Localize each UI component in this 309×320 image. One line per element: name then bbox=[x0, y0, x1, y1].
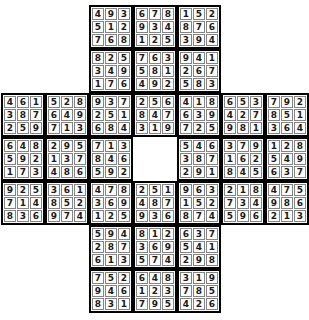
cell-r9-c19[interactable]: 3 bbox=[268, 122, 280, 134]
cell-r18-c9[interactable]: 3 bbox=[118, 254, 130, 266]
cell-r10-c6[interactable]: 5 bbox=[74, 140, 86, 152]
cell-r1-c10[interactable]: 6 bbox=[136, 8, 148, 20]
cell-r15-c13[interactable]: 8 bbox=[180, 210, 192, 222]
cell-r6-c11[interactable]: 9 bbox=[149, 78, 161, 90]
cell-r21-c9[interactable]: 1 bbox=[118, 298, 130, 310]
cell-r8-c17[interactable]: 2 bbox=[237, 109, 249, 121]
cell-r17-c8[interactable]: 8 bbox=[105, 241, 117, 253]
cell-r15-c3[interactable]: 6 bbox=[30, 210, 42, 222]
cell-r12-c17[interactable]: 4 bbox=[237, 166, 249, 178]
cell-r5-c15[interactable]: 7 bbox=[206, 65, 218, 77]
cell-r11-c5[interactable]: 3 bbox=[61, 153, 73, 165]
cell-r9-c4[interactable]: 7 bbox=[48, 122, 60, 134]
cell-r14-c9[interactable]: 9 bbox=[118, 197, 130, 209]
cell-r3-c8[interactable]: 6 bbox=[105, 34, 117, 46]
cell-r5-c10[interactable]: 5 bbox=[136, 65, 148, 77]
cell-r18-c10[interactable]: 5 bbox=[136, 254, 148, 266]
cell-r9-c8[interactable]: 8 bbox=[105, 122, 117, 134]
cell-r7-c19[interactable]: 7 bbox=[268, 96, 280, 108]
cell-r10-c9[interactable]: 3 bbox=[118, 140, 130, 152]
cell-r20-c14[interactable]: 8 bbox=[193, 285, 205, 297]
cell-r14-c18[interactable]: 4 bbox=[250, 197, 262, 209]
cell-r8-c8[interactable]: 5 bbox=[105, 109, 117, 121]
cell-r13-c17[interactable]: 1 bbox=[237, 184, 249, 196]
cell-r15-c18[interactable]: 6 bbox=[250, 210, 262, 222]
box-r3-c5: 418639725 bbox=[177, 93, 221, 137]
cell-r17-c13[interactable]: 5 bbox=[180, 241, 192, 253]
cell-r17-c10[interactable]: 3 bbox=[136, 241, 148, 253]
cell-r8-c18[interactable]: 7 bbox=[250, 109, 262, 121]
cell-r15-c21[interactable]: 3 bbox=[294, 210, 306, 222]
cell-r12-c9[interactable]: 2 bbox=[118, 166, 130, 178]
cell-r20-c9[interactable]: 6 bbox=[118, 285, 130, 297]
cell-r2-c9[interactable]: 2 bbox=[118, 21, 130, 33]
cell-r3-c7[interactable]: 7 bbox=[92, 34, 104, 46]
cell-r11-c16[interactable]: 1 bbox=[224, 153, 236, 165]
cell-r14-c11[interactable]: 8 bbox=[149, 197, 161, 209]
cell-r10-c4[interactable]: 2 bbox=[48, 140, 60, 152]
cell-r15-c10[interactable]: 9 bbox=[136, 210, 148, 222]
cell-r15-c7[interactable]: 1 bbox=[92, 210, 104, 222]
cell-r7-c4[interactable]: 5 bbox=[48, 96, 60, 108]
empty-region bbox=[221, 49, 265, 93]
cell-r7-c21[interactable]: 2 bbox=[294, 96, 306, 108]
cell-r8-c20[interactable]: 5 bbox=[281, 109, 293, 121]
cell-r8-c7[interactable]: 2 bbox=[92, 109, 104, 121]
cell-r11-c4[interactable]: 1 bbox=[48, 153, 60, 165]
cell-r10-c18[interactable]: 9 bbox=[250, 140, 262, 152]
cell-r15-c11[interactable]: 3 bbox=[149, 210, 161, 222]
cell-r5-c14[interactable]: 6 bbox=[193, 65, 205, 77]
cell-r7-c14[interactable]: 1 bbox=[193, 96, 205, 108]
cell-r13-c14[interactable]: 6 bbox=[193, 184, 205, 196]
cell-r8-c9[interactable]: 1 bbox=[118, 109, 130, 121]
box-r3-c4: 256847319 bbox=[133, 93, 177, 137]
cell-r6-c14[interactable]: 8 bbox=[193, 78, 205, 90]
cell-r4-c11[interactable]: 6 bbox=[149, 52, 161, 64]
cell-r12-c16[interactable]: 8 bbox=[224, 166, 236, 178]
cell-r5-c7[interactable]: 3 bbox=[92, 65, 104, 77]
cell-r21-c14[interactable]: 2 bbox=[193, 298, 205, 310]
cell-r17-c7[interactable]: 2 bbox=[92, 241, 104, 253]
cell-r6-c8[interactable]: 7 bbox=[105, 78, 117, 90]
cell-r11-c7[interactable]: 8 bbox=[92, 153, 104, 165]
cell-r6-c12[interactable]: 2 bbox=[162, 78, 174, 90]
cell-r14-c17[interactable]: 3 bbox=[237, 197, 249, 209]
cell-r8-c10[interactable]: 8 bbox=[136, 109, 148, 121]
cell-r11-c3[interactable]: 2 bbox=[30, 153, 42, 165]
cell-r18-c12[interactable]: 4 bbox=[162, 254, 174, 266]
cell-r12-c18[interactable]: 5 bbox=[250, 166, 262, 178]
cell-r11-c20[interactable]: 4 bbox=[281, 153, 293, 165]
cell-r9-c18[interactable]: 1 bbox=[250, 122, 262, 134]
cell-r5-c13[interactable]: 2 bbox=[180, 65, 192, 77]
cell-r7-c7[interactable]: 9 bbox=[92, 96, 104, 108]
cell-r15-c2[interactable]: 3 bbox=[17, 210, 29, 222]
cell-r9-c11[interactable]: 1 bbox=[149, 122, 161, 134]
cell-r9-c5[interactable]: 1 bbox=[61, 122, 73, 134]
cell-r14-c15[interactable]: 2 bbox=[206, 197, 218, 209]
cell-r21-c13[interactable]: 4 bbox=[180, 298, 192, 310]
cell-r11-c15[interactable]: 7 bbox=[206, 153, 218, 165]
cell-r10-c8[interactable]: 1 bbox=[105, 140, 117, 152]
cell-r13-c13[interactable]: 9 bbox=[180, 184, 192, 196]
cell-r12-c14[interactable]: 9 bbox=[193, 166, 205, 178]
cell-r15-c9[interactable]: 5 bbox=[118, 210, 130, 222]
cell-r13-c9[interactable]: 8 bbox=[118, 184, 130, 196]
cell-r10-c17[interactable]: 7 bbox=[237, 140, 249, 152]
cell-r17-c14[interactable]: 4 bbox=[193, 241, 205, 253]
cell-r14-c10[interactable]: 4 bbox=[136, 197, 148, 209]
cell-r12-c21[interactable]: 7 bbox=[294, 166, 306, 178]
cell-r13-c8[interactable]: 7 bbox=[105, 184, 117, 196]
cell-r19-c14[interactable]: 1 bbox=[193, 272, 205, 284]
cell-r9-c6[interactable]: 3 bbox=[74, 122, 86, 134]
cell-r14-c20[interactable]: 8 bbox=[281, 197, 293, 209]
cell-r3-c10[interactable]: 1 bbox=[136, 34, 148, 46]
cell-r13-c15[interactable]: 3 bbox=[206, 184, 218, 196]
cell-r14-c2[interactable]: 1 bbox=[17, 197, 29, 209]
cell-r9-c15[interactable]: 5 bbox=[206, 122, 218, 134]
cell-r14-c19[interactable]: 9 bbox=[268, 197, 280, 209]
cell-r1-c7[interactable]: 4 bbox=[92, 8, 104, 20]
cell-r12-c13[interactable]: 2 bbox=[180, 166, 192, 178]
cell-r12-c8[interactable]: 9 bbox=[105, 166, 117, 178]
cell-r19-c11[interactable]: 4 bbox=[149, 272, 161, 284]
cell-r21-c8[interactable]: 3 bbox=[105, 298, 117, 310]
cell-r3-c11[interactable]: 2 bbox=[149, 34, 161, 46]
cell-r8-c2[interactable]: 8 bbox=[17, 109, 29, 121]
cell-r18-c15[interactable]: 8 bbox=[206, 254, 218, 266]
cell-r14-c6[interactable]: 2 bbox=[74, 197, 86, 209]
cell-r9-c17[interactable]: 8 bbox=[237, 122, 249, 134]
cell-r2-c7[interactable]: 5 bbox=[92, 21, 104, 33]
cell-r15-c6[interactable]: 4 bbox=[74, 210, 86, 222]
cell-r5-c9[interactable]: 9 bbox=[118, 65, 130, 77]
cell-r12-c6[interactable]: 6 bbox=[74, 166, 86, 178]
cell-r15-c16[interactable]: 5 bbox=[224, 210, 236, 222]
cell-r1-c9[interactable]: 3 bbox=[118, 8, 130, 20]
cell-r17-c15[interactable]: 1 bbox=[206, 241, 218, 253]
box-r5-c1: 925714836 bbox=[1, 181, 45, 225]
cell-r13-c20[interactable]: 7 bbox=[281, 184, 293, 196]
cell-r14-c21[interactable]: 6 bbox=[294, 197, 306, 209]
cell-r9-c10[interactable]: 3 bbox=[136, 122, 148, 134]
cell-r2-c11[interactable]: 3 bbox=[149, 21, 161, 33]
cell-r9-c14[interactable]: 2 bbox=[193, 122, 205, 134]
cell-r18-c8[interactable]: 1 bbox=[105, 254, 117, 266]
cell-r10-c14[interactable]: 4 bbox=[193, 140, 205, 152]
cell-r9-c7[interactable]: 6 bbox=[92, 122, 104, 134]
cell-r13-c6[interactable]: 1 bbox=[74, 184, 86, 196]
cell-r13-c18[interactable]: 8 bbox=[250, 184, 262, 196]
empty-region bbox=[221, 225, 265, 269]
cell-r3-c13[interactable]: 3 bbox=[180, 34, 192, 46]
cell-r8-c19[interactable]: 8 bbox=[268, 109, 280, 121]
cell-r11-c18[interactable]: 2 bbox=[250, 153, 262, 165]
cell-r7-c2[interactable]: 6 bbox=[17, 96, 29, 108]
cell-r21-c11[interactable]: 9 bbox=[149, 298, 161, 310]
cell-r19-c9[interactable]: 2 bbox=[118, 272, 130, 284]
cell-r12-c20[interactable]: 3 bbox=[281, 166, 293, 178]
cell-r10-c3[interactable]: 8 bbox=[30, 140, 42, 152]
cell-r8-c13[interactable]: 6 bbox=[180, 109, 192, 121]
cell-r1-c15[interactable]: 2 bbox=[206, 8, 218, 20]
cell-r1-c13[interactable]: 1 bbox=[180, 8, 192, 20]
cell-r4-c8[interactable]: 2 bbox=[105, 52, 117, 64]
cell-r3-c14[interactable]: 9 bbox=[193, 34, 205, 46]
cell-r21-c15[interactable]: 6 bbox=[206, 298, 218, 310]
cell-r8-c11[interactable]: 4 bbox=[149, 109, 161, 121]
cell-r20-c10[interactable]: 1 bbox=[136, 285, 148, 297]
cell-r17-c11[interactable]: 6 bbox=[149, 241, 161, 253]
cell-r14-c5[interactable]: 5 bbox=[61, 197, 73, 209]
cell-r7-c10[interactable]: 2 bbox=[136, 96, 148, 108]
cell-r13-c3[interactable]: 5 bbox=[30, 184, 42, 196]
cell-r11-c17[interactable]: 6 bbox=[237, 153, 249, 165]
cell-r2-c10[interactable]: 9 bbox=[136, 21, 148, 33]
cell-r20-c15[interactable]: 5 bbox=[206, 285, 218, 297]
cell-r9-c9[interactable]: 4 bbox=[118, 122, 130, 134]
cell-r14-c7[interactable]: 3 bbox=[92, 197, 104, 209]
cell-r10-c2[interactable]: 4 bbox=[17, 140, 29, 152]
cell-r5-c12[interactable]: 1 bbox=[162, 65, 174, 77]
cell-r9-c21[interactable]: 4 bbox=[294, 122, 306, 134]
cell-r9-c2[interactable]: 5 bbox=[17, 122, 29, 134]
cell-r9-c13[interactable]: 7 bbox=[180, 122, 192, 134]
box-r6-c3: 594287613 bbox=[89, 225, 133, 269]
cell-r16-c13[interactable]: 6 bbox=[180, 228, 192, 240]
cell-r7-c20[interactable]: 9 bbox=[281, 96, 293, 108]
cell-r9-c20[interactable]: 6 bbox=[281, 122, 293, 134]
cell-r11-c8[interactable]: 4 bbox=[105, 153, 117, 165]
cell-r16-c15[interactable]: 7 bbox=[206, 228, 218, 240]
cell-r4-c14[interactable]: 4 bbox=[193, 52, 205, 64]
cell-r11-c1[interactable]: 5 bbox=[4, 153, 16, 165]
cell-r20-c12[interactable]: 3 bbox=[162, 285, 174, 297]
cell-r15-c17[interactable]: 9 bbox=[237, 210, 249, 222]
cell-r16-c11[interactable]: 1 bbox=[149, 228, 161, 240]
cell-r3-c12[interactable]: 5 bbox=[162, 34, 174, 46]
cell-r20-c7[interactable]: 9 bbox=[92, 285, 104, 297]
cell-r7-c16[interactable]: 6 bbox=[224, 96, 236, 108]
cell-r20-c13[interactable]: 7 bbox=[180, 285, 192, 297]
cell-r8-c21[interactable]: 1 bbox=[294, 109, 306, 121]
cell-r16-c12[interactable]: 2 bbox=[162, 228, 174, 240]
cell-r15-c19[interactable]: 2 bbox=[268, 210, 280, 222]
cell-r16-c8[interactable]: 9 bbox=[105, 228, 117, 240]
cell-r13-c10[interactable]: 2 bbox=[136, 184, 148, 196]
cell-r10-c20[interactable]: 2 bbox=[281, 140, 293, 152]
cell-r14-c3[interactable]: 4 bbox=[30, 197, 42, 209]
cell-r11-c13[interactable]: 3 bbox=[180, 153, 192, 165]
cell-r7-c18[interactable]: 3 bbox=[250, 96, 262, 108]
cell-r2-c8[interactable]: 1 bbox=[105, 21, 117, 33]
cell-r15-c14[interactable]: 7 bbox=[193, 210, 205, 222]
cell-r12-c19[interactable]: 6 bbox=[268, 166, 280, 178]
cell-r12-c5[interactable]: 8 bbox=[61, 166, 73, 178]
cell-r7-c8[interactable]: 3 bbox=[105, 96, 117, 108]
cell-r11-c9[interactable]: 6 bbox=[118, 153, 130, 165]
empty-region bbox=[45, 269, 89, 313]
cell-r14-c4[interactable]: 8 bbox=[48, 197, 60, 209]
cell-r8-c6[interactable]: 9 bbox=[74, 109, 86, 121]
cell-r17-c9[interactable]: 7 bbox=[118, 241, 130, 253]
cell-r7-c5[interactable]: 2 bbox=[61, 96, 73, 108]
cell-r9-c3[interactable]: 9 bbox=[30, 122, 42, 134]
cell-r2-c15[interactable]: 6 bbox=[206, 21, 218, 33]
cell-r21-c7[interactable]: 8 bbox=[92, 298, 104, 310]
cell-r19-c10[interactable]: 6 bbox=[136, 272, 148, 284]
cell-r16-c10[interactable]: 8 bbox=[136, 228, 148, 240]
cell-r19-c13[interactable]: 3 bbox=[180, 272, 192, 284]
cell-r10-c15[interactable]: 6 bbox=[206, 140, 218, 152]
cell-r18-c11[interactable]: 7 bbox=[149, 254, 161, 266]
cell-r8-c14[interactable]: 3 bbox=[193, 109, 205, 121]
cell-r8-c12[interactable]: 7 bbox=[162, 109, 174, 121]
cell-r6-c13[interactable]: 5 bbox=[180, 78, 192, 90]
cell-r12-c2[interactable]: 7 bbox=[17, 166, 29, 178]
cell-r1-c8[interactable]: 9 bbox=[105, 8, 117, 20]
cell-r6-c7[interactable]: 1 bbox=[92, 78, 104, 90]
cell-r8-c5[interactable]: 4 bbox=[61, 109, 73, 121]
cell-r14-c12[interactable]: 7 bbox=[162, 197, 174, 209]
cell-r13-c21[interactable]: 5 bbox=[294, 184, 306, 196]
cell-r16-c7[interactable]: 5 bbox=[92, 228, 104, 240]
cell-r12-c7[interactable]: 5 bbox=[92, 166, 104, 178]
cell-r15-c12[interactable]: 6 bbox=[162, 210, 174, 222]
cell-r10-c16[interactable]: 3 bbox=[224, 140, 236, 152]
cell-r1-c14[interactable]: 5 bbox=[193, 8, 205, 20]
empty-region bbox=[265, 5, 309, 49]
cell-r19-c7[interactable]: 7 bbox=[92, 272, 104, 284]
cell-r9-c16[interactable]: 9 bbox=[224, 122, 236, 134]
cell-r4-c7[interactable]: 8 bbox=[92, 52, 104, 64]
cell-r13-c7[interactable]: 4 bbox=[92, 184, 104, 196]
cell-r14-c1[interactable]: 7 bbox=[4, 197, 16, 209]
cell-r7-c1[interactable]: 4 bbox=[4, 96, 16, 108]
empty-region bbox=[45, 5, 89, 49]
cell-r2-c13[interactable]: 8 bbox=[180, 21, 192, 33]
cell-r13-c5[interactable]: 6 bbox=[61, 184, 73, 196]
cell-r13-c4[interactable]: 3 bbox=[48, 184, 60, 196]
cell-r4-c9[interactable]: 5 bbox=[118, 52, 130, 64]
cell-r1-c11[interactable]: 7 bbox=[149, 8, 161, 20]
cell-r12-c15[interactable]: 1 bbox=[206, 166, 218, 178]
cell-r10-c1[interactable]: 6 bbox=[4, 140, 16, 152]
cell-r14-c8[interactable]: 6 bbox=[105, 197, 117, 209]
cell-r21-c10[interactable]: 7 bbox=[136, 298, 148, 310]
cell-r19-c8[interactable]: 5 bbox=[105, 272, 117, 284]
cell-r4-c12[interactable]: 3 bbox=[162, 52, 174, 64]
cell-r21-c12[interactable]: 5 bbox=[162, 298, 174, 310]
cell-r6-c9[interactable]: 6 bbox=[118, 78, 130, 90]
cell-r10-c7[interactable]: 7 bbox=[92, 140, 104, 152]
box-r4-c2: 295137486 bbox=[45, 137, 89, 181]
cell-r12-c1[interactable]: 1 bbox=[4, 166, 16, 178]
cell-r11-c14[interactable]: 8 bbox=[193, 153, 205, 165]
cell-r8-c15[interactable]: 9 bbox=[206, 109, 218, 121]
cell-r8-c3[interactable]: 7 bbox=[30, 109, 42, 121]
cell-r16-c14[interactable]: 3 bbox=[193, 228, 205, 240]
cell-r15-c8[interactable]: 2 bbox=[105, 210, 117, 222]
cell-r2-c14[interactable]: 7 bbox=[193, 21, 205, 33]
cell-r19-c12[interactable]: 8 bbox=[162, 272, 174, 284]
cell-r7-c13[interactable]: 4 bbox=[180, 96, 192, 108]
cell-r6-c15[interactable]: 3 bbox=[206, 78, 218, 90]
cell-r10-c5[interactable]: 9 bbox=[61, 140, 73, 152]
cell-r4-c10[interactable]: 7 bbox=[136, 52, 148, 64]
cell-r8-c4[interactable]: 6 bbox=[48, 109, 60, 121]
cell-r7-c11[interactable]: 5 bbox=[149, 96, 161, 108]
cell-r6-c10[interactable]: 4 bbox=[136, 78, 148, 90]
cell-r7-c3[interactable]: 1 bbox=[30, 96, 42, 108]
cell-r3-c9[interactable]: 8 bbox=[118, 34, 130, 46]
cell-r11-c21[interactable]: 9 bbox=[294, 153, 306, 165]
cell-r4-c13[interactable]: 9 bbox=[180, 52, 192, 64]
cell-r20-c11[interactable]: 2 bbox=[149, 285, 161, 297]
cell-r10-c13[interactable]: 5 bbox=[180, 140, 192, 152]
cell-r10-c21[interactable]: 8 bbox=[294, 140, 306, 152]
cell-r11-c19[interactable]: 5 bbox=[268, 153, 280, 165]
cell-r13-c16[interactable]: 2 bbox=[224, 184, 236, 196]
cell-r18-c7[interactable]: 6 bbox=[92, 254, 104, 266]
cell-r7-c17[interactable]: 5 bbox=[237, 96, 249, 108]
cell-r10-c19[interactable]: 1 bbox=[268, 140, 280, 152]
cell-r12-c3[interactable]: 3 bbox=[30, 166, 42, 178]
cell-r13-c11[interactable]: 5 bbox=[149, 184, 161, 196]
cell-r15-c1[interactable]: 8 bbox=[4, 210, 16, 222]
box-r1-c5: 152876394 bbox=[177, 5, 221, 49]
cell-r7-c9[interactable]: 7 bbox=[118, 96, 130, 108]
cell-r15-c15[interactable]: 4 bbox=[206, 210, 218, 222]
cell-r5-c8[interactable]: 4 bbox=[105, 65, 117, 77]
cell-r4-c15[interactable]: 1 bbox=[206, 52, 218, 64]
cell-r8-c1[interactable]: 3 bbox=[4, 109, 16, 121]
cell-r7-c6[interactable]: 8 bbox=[74, 96, 86, 108]
cell-r3-c15[interactable]: 4 bbox=[206, 34, 218, 46]
cell-r20-c8[interactable]: 4 bbox=[105, 285, 117, 297]
cell-r11-c6[interactable]: 7 bbox=[74, 153, 86, 165]
cell-r8-c16[interactable]: 4 bbox=[224, 109, 236, 121]
box-r3-c1: 461387259 bbox=[1, 93, 45, 137]
cell-r16-c9[interactable]: 4 bbox=[118, 228, 130, 240]
cell-r14-c14[interactable]: 5 bbox=[193, 197, 205, 209]
cell-r15-c4[interactable]: 9 bbox=[48, 210, 60, 222]
cell-r19-c15[interactable]: 9 bbox=[206, 272, 218, 284]
cell-r5-c11[interactable]: 8 bbox=[149, 65, 161, 77]
cell-r9-c1[interactable]: 2 bbox=[4, 122, 16, 134]
cell-r7-c12[interactable]: 6 bbox=[162, 96, 174, 108]
cell-r18-c14[interactable]: 9 bbox=[193, 254, 205, 266]
cell-r14-c16[interactable]: 7 bbox=[224, 197, 236, 209]
cell-r1-c12[interactable]: 8 bbox=[162, 8, 174, 20]
cell-r7-c15[interactable]: 8 bbox=[206, 96, 218, 108]
cell-r17-c12[interactable]: 9 bbox=[162, 241, 174, 253]
cell-r13-c19[interactable]: 4 bbox=[268, 184, 280, 196]
cell-r11-c2[interactable]: 9 bbox=[17, 153, 29, 165]
cell-r18-c13[interactable]: 2 bbox=[180, 254, 192, 266]
cell-r13-c12[interactable]: 1 bbox=[162, 184, 174, 196]
cell-r13-c1[interactable]: 9 bbox=[4, 184, 16, 196]
cell-r13-c2[interactable]: 2 bbox=[17, 184, 29, 196]
cell-r15-c5[interactable]: 7 bbox=[61, 210, 73, 222]
cell-r12-c4[interactable]: 4 bbox=[48, 166, 60, 178]
cell-r14-c13[interactable]: 1 bbox=[180, 197, 192, 209]
cell-r15-c20[interactable]: 1 bbox=[281, 210, 293, 222]
cell-r2-c12[interactable]: 4 bbox=[162, 21, 174, 33]
cell-r9-c12[interactable]: 9 bbox=[162, 122, 174, 134]
